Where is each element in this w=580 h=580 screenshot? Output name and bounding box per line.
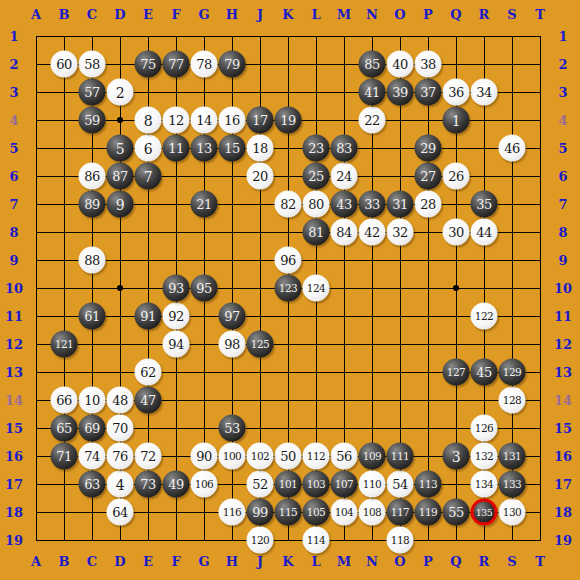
stone-r17-move-134[interactable]: 134 — [471, 471, 498, 498]
stone-move-number: 105 — [307, 507, 326, 518]
stone-move-number: 79 — [224, 58, 240, 71]
stone-move-number: 19 — [280, 114, 296, 127]
stone-o17-move-54[interactable]: 54 — [387, 471, 414, 498]
stone-move-number: 8 — [144, 113, 152, 127]
stone-f17-move-49[interactable]: 49 — [163, 471, 190, 498]
stone-n2-move-85[interactable]: 85 — [359, 51, 386, 78]
stone-move-number: 106 — [195, 479, 214, 490]
stone-move-number: 65 — [56, 422, 72, 435]
stone-q13-move-127[interactable]: 127 — [443, 359, 470, 386]
row-label-right-6: 6 — [558, 169, 567, 184]
stone-s5-move-46[interactable]: 46 — [499, 135, 526, 162]
stone-move-number: 77 — [168, 58, 184, 71]
stone-e2-move-75[interactable]: 75 — [135, 51, 162, 78]
stone-l7-move-80[interactable]: 80 — [303, 191, 330, 218]
row-label-left-9: 9 — [9, 253, 18, 268]
stone-move-number: 4 — [116, 477, 124, 491]
row-label-left-15: 15 — [5, 421, 23, 436]
stone-move-number: 75 — [140, 58, 156, 71]
stone-move-number: 72 — [140, 450, 156, 463]
row-label-left-4: 4 — [9, 113, 18, 128]
stone-c15-move-69[interactable]: 69 — [79, 415, 106, 442]
stone-h5-move-15[interactable]: 15 — [219, 135, 246, 162]
col-label-bottom-a: A — [31, 554, 41, 569]
stone-n4-move-22[interactable]: 22 — [359, 107, 386, 134]
stone-move-number: 52 — [252, 478, 268, 491]
star-point-d10 — [117, 285, 123, 291]
stone-e17-move-73[interactable]: 73 — [135, 471, 162, 498]
stone-r11-move-122[interactable]: 122 — [471, 303, 498, 330]
stone-g16-move-90[interactable]: 90 — [191, 443, 218, 470]
stone-move-number: 57 — [84, 86, 100, 99]
stone-move-number: 110 — [363, 479, 382, 490]
row-label-right-3: 3 — [558, 85, 567, 100]
stone-move-number: 86 — [84, 170, 100, 183]
stone-e5-move-6[interactable]: 6 — [135, 135, 162, 162]
stone-move-number: 43 — [336, 198, 352, 211]
stone-move-number: 104 — [335, 507, 354, 518]
stone-r13-move-45[interactable]: 45 — [471, 359, 498, 386]
stone-o3-move-39[interactable]: 39 — [387, 79, 414, 106]
stone-c14-move-10[interactable]: 10 — [79, 387, 106, 414]
stone-p2-move-38[interactable]: 38 — [415, 51, 442, 78]
star-point-q10 — [453, 285, 459, 291]
stone-move-number: 92 — [168, 310, 184, 323]
stone-n7-move-33[interactable]: 33 — [359, 191, 386, 218]
stone-move-number: 62 — [140, 366, 156, 379]
stone-e13-move-62[interactable]: 62 — [135, 359, 162, 386]
stone-f12-move-94[interactable]: 94 — [163, 331, 190, 358]
stone-j4-move-17[interactable]: 17 — [247, 107, 274, 134]
stone-f2-move-77[interactable]: 77 — [163, 51, 190, 78]
stone-d6-move-87[interactable]: 87 — [107, 163, 134, 190]
stone-move-number: 108 — [363, 507, 382, 518]
stone-c4-move-59[interactable]: 59 — [79, 107, 106, 134]
stone-move-number: 50 — [280, 450, 296, 463]
row-label-right-7: 7 — [558, 197, 567, 212]
stone-move-number: 117 — [391, 507, 410, 518]
stone-o8-move-32[interactable]: 32 — [387, 219, 414, 246]
stone-s14-move-128[interactable]: 128 — [499, 387, 526, 414]
stone-move-number: 100 — [223, 451, 242, 462]
stone-move-number: 124 — [307, 283, 326, 294]
stone-d5-move-5[interactable]: 5 — [107, 135, 134, 162]
stone-d17-move-4[interactable]: 4 — [107, 471, 134, 498]
stone-move-number: 27 — [420, 170, 436, 183]
col-label-bottom-c: C — [87, 554, 97, 569]
stone-q18-move-55[interactable]: 55 — [443, 499, 470, 526]
stone-o16-move-111[interactable]: 111 — [387, 443, 414, 470]
stone-move-number: 36 — [448, 86, 464, 99]
col-label-bottom-k: K — [282, 554, 293, 569]
stone-move-number: 20 — [252, 170, 268, 183]
col-label-top-l: L — [311, 7, 320, 22]
col-label-top-p: P — [423, 7, 433, 22]
stone-move-number: 6 — [144, 141, 152, 155]
stone-move-number: 40 — [392, 58, 408, 71]
stone-m8-move-84[interactable]: 84 — [331, 219, 358, 246]
stone-h4-move-16[interactable]: 16 — [219, 107, 246, 134]
row-label-left-1: 1 — [9, 29, 18, 44]
stone-move-number: 102 — [251, 451, 270, 462]
stone-g5-move-13[interactable]: 13 — [191, 135, 218, 162]
stone-o2-move-40[interactable]: 40 — [387, 51, 414, 78]
stone-m16-move-56[interactable]: 56 — [331, 443, 358, 470]
stone-d3-move-2[interactable]: 2 — [107, 79, 134, 106]
stone-move-number: 59 — [84, 114, 100, 127]
col-label-bottom-o: O — [394, 554, 405, 569]
stone-move-number: 56 — [336, 450, 352, 463]
col-label-bottom-d: D — [114, 554, 125, 569]
stone-m5-move-83[interactable]: 83 — [331, 135, 358, 162]
stone-move-number: 28 — [420, 198, 436, 211]
stone-move-number: 21 — [196, 198, 212, 211]
stone-s16-move-131[interactable]: 131 — [499, 443, 526, 470]
stone-p3-move-37[interactable]: 37 — [415, 79, 442, 106]
col-label-top-a: A — [31, 7, 41, 22]
col-label-top-d: D — [114, 7, 125, 22]
stone-move-number: 135 — [476, 507, 493, 517]
stone-k9-move-96[interactable]: 96 — [275, 247, 302, 274]
col-label-top-e: E — [143, 7, 153, 22]
stone-b16-move-71[interactable]: 71 — [51, 443, 78, 470]
stone-move-number: 80 — [308, 198, 324, 211]
stone-move-number: 2 — [116, 85, 124, 99]
stone-h18-move-116[interactable]: 116 — [219, 499, 246, 526]
stone-j6-move-20[interactable]: 20 — [247, 163, 274, 190]
stone-b15-move-65[interactable]: 65 — [51, 415, 78, 442]
stone-move-number: 132 — [475, 451, 494, 462]
stone-move-number: 41 — [364, 86, 380, 99]
row-label-left-10: 10 — [5, 281, 23, 296]
col-label-bottom-j: J — [257, 554, 263, 569]
stone-move-number: 49 — [168, 478, 184, 491]
stone-move-number: 63 — [84, 478, 100, 491]
stone-l19-move-114[interactable]: 114 — [303, 527, 330, 554]
stone-b12-move-121[interactable]: 121 — [51, 331, 78, 358]
stone-m18-move-104[interactable]: 104 — [331, 499, 358, 526]
col-label-bottom-q: Q — [450, 554, 461, 569]
stone-d15-move-70[interactable]: 70 — [107, 415, 134, 442]
stone-g7-move-21[interactable]: 21 — [191, 191, 218, 218]
stone-move-number: 42 — [364, 226, 380, 239]
stone-j18-move-99[interactable]: 99 — [247, 499, 274, 526]
stone-move-number: 85 — [364, 58, 380, 71]
stone-move-number: 11 — [168, 142, 184, 155]
stone-j19-move-120[interactable]: 120 — [247, 527, 274, 554]
stone-p7-move-28[interactable]: 28 — [415, 191, 442, 218]
stone-move-number: 113 — [419, 479, 438, 490]
stone-c3-move-57[interactable]: 57 — [79, 79, 106, 106]
stone-move-number: 89 — [84, 198, 100, 211]
col-label-bottom-h: H — [226, 554, 238, 569]
stone-move-number: 5 — [116, 141, 124, 155]
stone-s18-move-130[interactable]: 130 — [499, 499, 526, 526]
stone-move-number: 30 — [448, 226, 464, 239]
stone-m17-move-107[interactable]: 107 — [331, 471, 358, 498]
stone-n18-move-108[interactable]: 108 — [359, 499, 386, 526]
stone-move-number: 58 — [84, 58, 100, 71]
star-point-d4 — [117, 117, 123, 123]
stone-d7-move-9[interactable]: 9 — [107, 191, 134, 218]
stone-move-number: 87 — [112, 170, 128, 183]
row-label-right-10: 10 — [554, 281, 572, 296]
stone-move-number: 133 — [503, 479, 522, 490]
row-label-right-2: 2 — [558, 57, 567, 72]
stone-l6-move-25[interactable]: 25 — [303, 163, 330, 190]
stone-move-number: 22 — [364, 114, 380, 127]
stone-h11-move-97[interactable]: 97 — [219, 303, 246, 330]
stone-move-number: 53 — [224, 422, 240, 435]
stone-q16-move-3[interactable]: 3 — [443, 443, 470, 470]
stone-m6-move-24[interactable]: 24 — [331, 163, 358, 190]
stone-h2-move-79[interactable]: 79 — [219, 51, 246, 78]
stone-move-number: 18 — [252, 142, 268, 155]
stone-move-number: 112 — [307, 451, 326, 462]
stone-h15-move-53[interactable]: 53 — [219, 415, 246, 442]
stone-move-number: 45 — [476, 366, 492, 379]
stone-g10-move-95[interactable]: 95 — [191, 275, 218, 302]
stone-f11-move-92[interactable]: 92 — [163, 303, 190, 330]
stone-move-number: 10 — [84, 394, 100, 407]
stone-move-number: 16 — [224, 114, 240, 127]
stone-move-number: 71 — [56, 450, 72, 463]
col-label-top-s: S — [507, 7, 516, 22]
col-label-top-f: F — [171, 7, 180, 22]
stone-move-number: 88 — [84, 254, 100, 267]
stone-move-number: 64 — [112, 506, 128, 519]
stone-b14-move-66[interactable]: 66 — [51, 387, 78, 414]
stone-k4-move-19[interactable]: 19 — [275, 107, 302, 134]
stone-move-number: 90 — [196, 450, 212, 463]
stone-move-number: 35 — [476, 198, 492, 211]
stone-move-number: 120 — [251, 535, 270, 546]
stone-move-number: 17 — [252, 114, 268, 127]
stone-o18-move-117[interactable]: 117 — [387, 499, 414, 526]
stone-move-number: 91 — [140, 310, 156, 323]
stone-m7-move-43[interactable]: 43 — [331, 191, 358, 218]
stone-q8-move-30[interactable]: 30 — [443, 219, 470, 246]
stone-f10-move-93[interactable]: 93 — [163, 275, 190, 302]
stone-move-number: 39 — [392, 86, 408, 99]
row-label-right-9: 9 — [558, 253, 567, 268]
stone-move-number: 126 — [475, 423, 494, 434]
stone-o19-move-118[interactable]: 118 — [387, 527, 414, 554]
stone-l10-move-124[interactable]: 124 — [303, 275, 330, 302]
row-label-left-7: 7 — [9, 197, 18, 212]
stone-e6-move-7[interactable]: 7 — [135, 163, 162, 190]
stone-q3-move-36[interactable]: 36 — [443, 79, 470, 106]
stone-move-number: 1 — [452, 113, 460, 127]
stone-r16-move-132[interactable]: 132 — [471, 443, 498, 470]
stone-move-number: 47 — [140, 394, 156, 407]
row-label-right-12: 12 — [554, 337, 572, 352]
col-label-top-q: Q — [450, 7, 461, 22]
stone-n16-move-109[interactable]: 109 — [359, 443, 386, 470]
stone-move-number: 129 — [503, 367, 522, 378]
stone-move-number: 128 — [503, 395, 522, 406]
row-label-left-16: 16 — [5, 449, 23, 464]
stone-j5-move-18[interactable]: 18 — [247, 135, 274, 162]
stone-g17-move-106[interactable]: 106 — [191, 471, 218, 498]
col-label-top-j: J — [257, 7, 263, 22]
stone-move-number: 32 — [392, 226, 408, 239]
stone-k18-move-115[interactable]: 115 — [275, 499, 302, 526]
stone-q4-move-1[interactable]: 1 — [443, 107, 470, 134]
col-label-top-b: B — [59, 7, 70, 22]
stone-j12-move-125[interactable]: 125 — [247, 331, 274, 358]
stone-l18-move-105[interactable]: 105 — [303, 499, 330, 526]
stone-l5-move-23[interactable]: 23 — [303, 135, 330, 162]
col-label-bottom-b: B — [59, 554, 70, 569]
col-label-bottom-n: N — [366, 554, 378, 569]
stone-e16-move-72[interactable]: 72 — [135, 443, 162, 470]
stone-move-number: 37 — [420, 86, 436, 99]
stone-move-number: 74 — [84, 450, 100, 463]
stone-e11-move-91[interactable]: 91 — [135, 303, 162, 330]
col-label-bottom-e: E — [143, 554, 153, 569]
col-label-top-g: G — [198, 7, 209, 22]
stone-k7-move-82[interactable]: 82 — [275, 191, 302, 218]
stone-r3-move-34[interactable]: 34 — [471, 79, 498, 106]
row-label-right-4: 4 — [558, 113, 567, 128]
stone-move-number: 97 — [224, 310, 240, 323]
stone-c2-move-58[interactable]: 58 — [79, 51, 106, 78]
stone-move-number: 23 — [308, 142, 324, 155]
stone-move-number: 93 — [168, 282, 184, 295]
stone-d18-move-64[interactable]: 64 — [107, 499, 134, 526]
stone-move-number: 55 — [448, 506, 464, 519]
row-label-left-3: 3 — [9, 85, 18, 100]
col-label-top-k: K — [282, 7, 293, 22]
stone-move-number: 70 — [112, 422, 128, 435]
col-label-bottom-f: F — [171, 554, 180, 569]
row-label-right-16: 16 — [554, 449, 572, 464]
last-move-stone-r18-move-135[interactable]: 135 — [471, 499, 498, 526]
stone-k16-move-50[interactable]: 50 — [275, 443, 302, 470]
stone-n8-move-42[interactable]: 42 — [359, 219, 386, 246]
stone-move-number: 12 — [168, 114, 184, 127]
stone-r7-move-35[interactable]: 35 — [471, 191, 498, 218]
stone-o7-move-31[interactable]: 31 — [387, 191, 414, 218]
stone-p17-move-113[interactable]: 113 — [415, 471, 442, 498]
stone-move-number: 84 — [336, 226, 352, 239]
stone-l8-move-81[interactable]: 81 — [303, 219, 330, 246]
stone-move-number: 101 — [279, 479, 298, 490]
stone-move-number: 81 — [308, 226, 324, 239]
stone-c17-move-63[interactable]: 63 — [79, 471, 106, 498]
go-board[interactable]: AABBCCDDEEFFGGHHJJKKLLMMNNOOPPQQRRSSTT11… — [0, 0, 580, 580]
stone-move-number: 121 — [55, 339, 74, 350]
stone-move-number: 134 — [475, 479, 494, 490]
row-label-left-18: 18 — [5, 505, 23, 520]
stone-n3-move-41[interactable]: 41 — [359, 79, 386, 106]
row-label-left-12: 12 — [5, 337, 23, 352]
row-label-left-8: 8 — [9, 225, 18, 240]
stone-l16-move-112[interactable]: 112 — [303, 443, 330, 470]
stone-j16-move-102[interactable]: 102 — [247, 443, 274, 470]
stone-c11-move-61[interactable]: 61 — [79, 303, 106, 330]
stone-r8-move-44[interactable]: 44 — [471, 219, 498, 246]
row-label-right-11: 11 — [554, 309, 572, 324]
stone-move-number: 123 — [279, 283, 298, 294]
col-label-top-n: N — [366, 7, 378, 22]
stone-move-number: 127 — [447, 367, 466, 378]
stone-c16-move-74[interactable]: 74 — [79, 443, 106, 470]
stone-e4-move-8[interactable]: 8 — [135, 107, 162, 134]
row-label-left-11: 11 — [5, 309, 23, 324]
stone-c9-move-88[interactable]: 88 — [79, 247, 106, 274]
stone-g4-move-14[interactable]: 14 — [191, 107, 218, 134]
stone-k17-move-101[interactable]: 101 — [275, 471, 302, 498]
row-label-right-14: 14 — [554, 393, 572, 408]
stone-p18-move-119[interactable]: 119 — [415, 499, 442, 526]
row-label-right-17: 17 — [554, 477, 572, 492]
stone-l17-move-103[interactable]: 103 — [303, 471, 330, 498]
stone-move-number: 34 — [476, 86, 492, 99]
stone-h12-move-98[interactable]: 98 — [219, 331, 246, 358]
stone-s17-move-133[interactable]: 133 — [499, 471, 526, 498]
stone-move-number: 111 — [391, 451, 410, 462]
stone-r15-move-126[interactable]: 126 — [471, 415, 498, 442]
row-label-right-8: 8 — [558, 225, 567, 240]
col-label-top-c: C — [87, 7, 97, 22]
row-label-right-1: 1 — [558, 29, 567, 44]
row-label-left-13: 13 — [5, 365, 23, 380]
stone-move-number: 95 — [196, 282, 212, 295]
col-label-top-o: O — [394, 7, 405, 22]
stone-d16-move-76[interactable]: 76 — [107, 443, 134, 470]
stone-move-number: 114 — [307, 535, 326, 546]
stone-move-number: 98 — [224, 338, 240, 351]
stone-n17-move-110[interactable]: 110 — [359, 471, 386, 498]
stone-f5-move-11[interactable]: 11 — [163, 135, 190, 162]
stone-c7-move-89[interactable]: 89 — [79, 191, 106, 218]
stone-move-number: 3 — [452, 449, 460, 463]
stone-p5-move-29[interactable]: 29 — [415, 135, 442, 162]
stone-q6-move-26[interactable]: 26 — [443, 163, 470, 190]
stone-move-number: 54 — [392, 478, 408, 491]
stone-j17-move-52[interactable]: 52 — [247, 471, 274, 498]
stone-f4-move-12[interactable]: 12 — [163, 107, 190, 134]
stone-move-number: 130 — [503, 507, 522, 518]
col-label-top-t: T — [535, 7, 545, 22]
stone-g2-move-78[interactable]: 78 — [191, 51, 218, 78]
stone-b2-move-60[interactable]: 60 — [51, 51, 78, 78]
stone-move-number: 118 — [391, 535, 410, 546]
stone-move-number: 44 — [476, 226, 492, 239]
stone-e14-move-47[interactable]: 47 — [135, 387, 162, 414]
stone-move-number: 76 — [112, 450, 128, 463]
stone-p6-move-27[interactable]: 27 — [415, 163, 442, 190]
col-label-bottom-r: R — [479, 554, 490, 569]
stone-move-number: 103 — [307, 479, 326, 490]
stone-move-number: 48 — [112, 394, 128, 407]
col-label-bottom-t: T — [535, 554, 545, 569]
stone-s13-move-129[interactable]: 129 — [499, 359, 526, 386]
stone-move-number: 131 — [503, 451, 522, 462]
stone-move-number: 24 — [336, 170, 352, 183]
stone-move-number: 122 — [475, 311, 494, 322]
stone-h16-move-100[interactable]: 100 — [219, 443, 246, 470]
stone-k10-move-123[interactable]: 123 — [275, 275, 302, 302]
stone-move-number: 78 — [196, 58, 212, 71]
col-label-top-r: R — [479, 7, 490, 22]
stone-move-number: 83 — [336, 142, 352, 155]
stone-c6-move-86[interactable]: 86 — [79, 163, 106, 190]
stone-d14-move-48[interactable]: 48 — [107, 387, 134, 414]
stone-move-number: 25 — [308, 170, 324, 183]
